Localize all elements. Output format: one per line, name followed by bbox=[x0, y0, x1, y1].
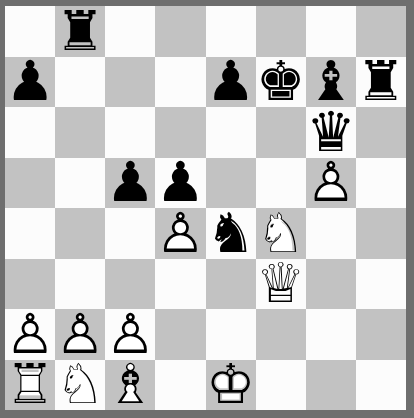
square-b6[interactable] bbox=[55, 107, 105, 158]
black-pawn[interactable]: ♟ bbox=[105, 158, 155, 209]
black-pawn[interactable]: ♟ bbox=[5, 57, 55, 108]
square-c4[interactable] bbox=[105, 208, 155, 259]
square-d7[interactable] bbox=[155, 57, 205, 108]
piece-outline-layer: ♕ bbox=[256, 259, 306, 310]
square-b8[interactable]: ♜ bbox=[55, 6, 105, 57]
piece-outline-layer: ♙ bbox=[306, 158, 356, 209]
square-g1[interactable] bbox=[306, 360, 356, 411]
square-d3[interactable] bbox=[155, 259, 205, 310]
piece-outline-layer: ♖ bbox=[5, 360, 55, 411]
piece-outline-layer: ♙ bbox=[155, 208, 205, 259]
chess-board: ♜♟♟♚♝♜♛♟♟♟♙♟♙♞♞♘♛♕♟♙♟♙♟♙♜♖♞♘♝♗♚♔ bbox=[5, 6, 406, 410]
square-h1[interactable] bbox=[356, 360, 406, 411]
square-h5[interactable] bbox=[356, 158, 406, 209]
square-d4[interactable]: ♟♙ bbox=[155, 208, 205, 259]
square-e1[interactable]: ♚♔ bbox=[206, 360, 256, 411]
square-h2[interactable] bbox=[356, 309, 406, 360]
square-f6[interactable] bbox=[256, 107, 306, 158]
black-rook[interactable]: ♜ bbox=[356, 57, 406, 108]
square-e4[interactable]: ♞ bbox=[206, 208, 256, 259]
square-g4[interactable] bbox=[306, 208, 356, 259]
square-h4[interactable] bbox=[356, 208, 406, 259]
square-c1[interactable]: ♝♗ bbox=[105, 360, 155, 411]
square-b5[interactable] bbox=[55, 158, 105, 209]
square-c8[interactable] bbox=[105, 6, 155, 57]
square-a5[interactable] bbox=[5, 158, 55, 209]
white-pawn[interactable]: ♟♙ bbox=[155, 208, 205, 259]
square-b4[interactable] bbox=[55, 208, 105, 259]
black-king[interactable]: ♚ bbox=[256, 57, 306, 108]
square-g3[interactable] bbox=[306, 259, 356, 310]
white-rook[interactable]: ♜♖ bbox=[5, 360, 55, 411]
square-c7[interactable] bbox=[105, 57, 155, 108]
square-f2[interactable] bbox=[256, 309, 306, 360]
white-pawn[interactable]: ♟♙ bbox=[306, 158, 356, 209]
square-e7[interactable]: ♟ bbox=[206, 57, 256, 108]
chess-board-frame: ♜♟♟♚♝♜♛♟♟♟♙♟♙♞♞♘♛♕♟♙♟♙♟♙♜♖♞♘♝♗♚♔ bbox=[0, 0, 414, 418]
square-c5[interactable]: ♟ bbox=[105, 158, 155, 209]
square-d2[interactable] bbox=[155, 309, 205, 360]
white-king[interactable]: ♚♔ bbox=[206, 360, 256, 411]
white-knight[interactable]: ♞♘ bbox=[55, 360, 105, 411]
piece-outline-layer: ♗ bbox=[105, 360, 155, 411]
piece-outline-layer: ♘ bbox=[55, 360, 105, 411]
square-h7[interactable]: ♜ bbox=[356, 57, 406, 108]
square-h3[interactable] bbox=[356, 259, 406, 310]
square-e3[interactable] bbox=[206, 259, 256, 310]
piece-outline-layer: ♔ bbox=[206, 360, 256, 411]
square-f3[interactable]: ♛♕ bbox=[256, 259, 306, 310]
square-e6[interactable] bbox=[206, 107, 256, 158]
white-queen[interactable]: ♛♕ bbox=[256, 259, 306, 310]
square-b7[interactable] bbox=[55, 57, 105, 108]
square-g5[interactable]: ♟♙ bbox=[306, 158, 356, 209]
white-bishop[interactable]: ♝♗ bbox=[105, 360, 155, 411]
black-pawn[interactable]: ♟ bbox=[206, 57, 256, 108]
square-f7[interactable]: ♚ bbox=[256, 57, 306, 108]
square-d8[interactable] bbox=[155, 6, 205, 57]
square-a6[interactable] bbox=[5, 107, 55, 158]
square-a4[interactable] bbox=[5, 208, 55, 259]
square-f1[interactable] bbox=[256, 360, 306, 411]
square-g2[interactable] bbox=[306, 309, 356, 360]
square-a7[interactable]: ♟ bbox=[5, 57, 55, 108]
square-h6[interactable] bbox=[356, 107, 406, 158]
black-rook[interactable]: ♜ bbox=[55, 6, 105, 57]
square-d1[interactable] bbox=[155, 360, 205, 411]
square-a1[interactable]: ♜♖ bbox=[5, 360, 55, 411]
black-knight[interactable]: ♞ bbox=[206, 208, 256, 259]
square-b1[interactable]: ♞♘ bbox=[55, 360, 105, 411]
